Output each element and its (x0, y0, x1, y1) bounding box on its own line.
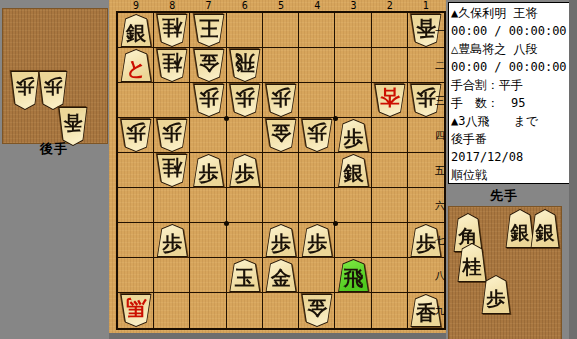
shogi-piece-王-gote[interactable]: 王 (193, 14, 225, 47)
piece-glyph: 銀 (536, 222, 555, 242)
star-point (224, 116, 229, 121)
handicap-line: 手合割：平手 (451, 76, 571, 94)
file-label-4: 4 (310, 0, 324, 11)
piece-glyph: 桂 (162, 159, 182, 179)
gote-tray-label: 後手 (2, 141, 106, 156)
file-label-6: 6 (238, 0, 252, 11)
gote-player-name: △豊島将之 八段 (451, 40, 571, 58)
piece-glyph: 香 (64, 114, 83, 134)
gote-clock: 00:00 / 00:00:00 (451, 58, 571, 76)
gote-hand-tray[interactable]: 歩歩香 (2, 8, 108, 144)
sente-hand-tray[interactable]: 角銀銀桂歩 (448, 206, 562, 339)
tournament-name: 順位戦 (451, 166, 571, 184)
shogi-piece-歩-sente[interactable]: 歩 (265, 224, 297, 257)
piece-glyph: 銀 (343, 163, 363, 183)
file-label-5: 5 (274, 0, 288, 11)
rank-label-7: 七 (433, 235, 447, 247)
shogi-piece-歩-gote[interactable]: 歩 (193, 84, 225, 117)
shogi-piece-桂-gote[interactable]: 桂 (156, 49, 188, 82)
piece-glyph: 歩 (44, 78, 63, 98)
piece-glyph: 王 (199, 19, 219, 39)
game-date: 2017/12/08 (451, 148, 571, 166)
shogi-piece-馬-gote[interactable]: 馬 (120, 294, 152, 327)
last-move-line: ▲3八飛 まで (451, 112, 571, 130)
file-label-2: 2 (383, 0, 397, 11)
rank-label-9: 九 (433, 305, 447, 317)
shogi-piece-杏-gote[interactable]: 杏 (374, 84, 406, 117)
piece-glyph: 金 (199, 54, 219, 74)
rank-label-8: 八 (433, 270, 447, 282)
piece-glyph: 桂 (463, 256, 482, 276)
window-bottom-edge (109, 333, 446, 339)
shogi-piece-金-gote[interactable]: 金 (193, 49, 225, 82)
shogi-piece-歩-gote[interactable]: 歩 (229, 84, 261, 117)
shogi-piece-歩-sente[interactable]: 歩 (337, 119, 369, 152)
piece-glyph: 歩 (307, 233, 327, 253)
sente-tray-label: 先手 (448, 188, 560, 203)
star-point (333, 116, 338, 121)
piece-glyph: と (126, 58, 146, 78)
piece-glyph: 歩 (271, 89, 291, 109)
piece-glyph: 歩 (162, 233, 182, 253)
shogi-piece-飛-gote[interactable]: 飛 (229, 49, 261, 82)
piece-glyph: 金 (271, 268, 291, 288)
piece-glyph: 桂 (162, 54, 182, 74)
shogi-piece-歩-sente[interactable]: 歩 (156, 224, 188, 257)
shogi-piece-銀-sente[interactable]: 銀 (337, 154, 369, 187)
star-point (333, 221, 338, 226)
piece-glyph: 歩 (16, 78, 35, 98)
rank-label-2: 二 (433, 60, 447, 72)
shogi-piece-歩-gote[interactable]: 歩 (38, 71, 68, 110)
piece-glyph: 玉 (235, 268, 255, 288)
rank-label-6: 六 (433, 200, 447, 212)
shogi-piece-銀-sente[interactable]: 銀 (120, 14, 152, 47)
file-label-9: 9 (129, 0, 143, 11)
file-label-7: 7 (202, 0, 216, 11)
piece-glyph: 馬 (126, 299, 146, 319)
rank-label-3: 三 (433, 95, 447, 107)
rank-label-4: 四 (433, 130, 447, 142)
piece-glyph: 飛 (343, 268, 363, 288)
piece-glyph: 歩 (235, 89, 255, 109)
sente-clock: 00:00 / 00:00:00 (451, 22, 571, 40)
shogi-piece-歩-gote[interactable]: 歩 (120, 119, 152, 152)
sente-player-name: ▲久保利明 王将 (451, 4, 571, 22)
piece-glyph: 歩 (487, 288, 506, 308)
shogi-piece-歩-sente[interactable]: 歩 (301, 224, 333, 257)
move-count-line: 手 数： 95 (451, 94, 571, 112)
piece-glyph: 歩 (126, 124, 146, 144)
shogi-piece-歩-sente[interactable]: 歩 (229, 154, 261, 187)
shogi-piece-金-sente[interactable]: 金 (265, 259, 297, 292)
piece-glyph: 歩 (343, 128, 363, 148)
file-label-1: 1 (419, 0, 433, 11)
piece-glyph: 歩 (199, 89, 219, 109)
shogi-piece-歩-gote[interactable]: 歩 (265, 84, 297, 117)
game-info-panel: ▲久保利明 王将 00:00 / 00:00:00 △豊島将之 八段 00:00… (448, 2, 572, 184)
shogi-piece-桂-gote[interactable]: 桂 (156, 154, 188, 187)
shogi-piece-歩-sente[interactable]: 歩 (193, 154, 225, 187)
window-right-edge (569, 0, 577, 339)
rank-label-1: 一 (433, 25, 447, 37)
piece-glyph: 金 (307, 299, 327, 319)
shogi-piece-銀-sente[interactable]: 銀 (530, 209, 560, 248)
piece-glyph: 銀 (126, 23, 146, 43)
piece-glyph: 歩 (271, 233, 291, 253)
shogi-board[interactable]: 銀桂王香と桂金飛歩歩歩杏歩歩歩金歩歩桂歩歩銀歩歩歩歩玉金飛馬金香 (116, 11, 446, 330)
shogi-piece-桂-gote[interactable]: 桂 (156, 14, 188, 47)
piece-glyph: 飛 (235, 54, 255, 74)
piece-glyph: 歩 (307, 124, 327, 144)
piece-glyph: 歩 (199, 163, 219, 183)
shogi-piece-玉-sente[interactable]: 玉 (229, 259, 261, 292)
piece-glyph: 銀 (511, 222, 530, 242)
shogi-piece-歩-gote[interactable]: 歩 (301, 119, 333, 152)
shogi-piece-と-sente[interactable]: と (120, 49, 152, 82)
rank-label-5: 五 (433, 165, 447, 177)
shogi-piece-金-gote[interactable]: 金 (301, 294, 333, 327)
file-label-3: 3 (346, 0, 360, 11)
shogi-piece-歩-gote[interactable]: 歩 (156, 119, 188, 152)
file-label-8: 8 (165, 0, 179, 11)
piece-glyph: 桂 (162, 19, 182, 39)
star-point (224, 221, 229, 226)
shogi-piece-歩-gote[interactable]: 歩 (10, 71, 40, 110)
shogi-piece-歩-sente[interactable]: 歩 (481, 275, 511, 314)
side-to-move-line: 後手番 (451, 130, 571, 148)
shogi-app-window: 銀桂王香と桂金飛歩歩歩杏歩歩歩金歩歩桂歩歩銀歩歩歩歩玉金飛馬金香 歩歩香 後手 … (0, 0, 577, 339)
board-pieces-layer: 銀桂王香と桂金飛歩歩歩杏歩歩歩金歩歩桂歩歩銀歩歩歩歩玉金飛馬金香 (118, 13, 444, 328)
shogi-piece-金-gote[interactable]: 金 (265, 119, 297, 152)
piece-glyph: 歩 (162, 124, 182, 144)
piece-glyph: 杏 (380, 89, 400, 109)
piece-glyph: 金 (271, 124, 291, 144)
piece-glyph: 歩 (235, 163, 255, 183)
shogi-piece-飛-sente[interactable]: 飛 (337, 259, 369, 292)
